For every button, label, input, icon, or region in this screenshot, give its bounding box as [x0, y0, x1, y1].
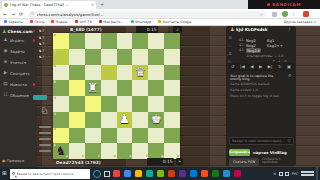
taskbar-app-10[interactable] — [223, 170, 231, 178]
forward-icon[interactable]: → — [11, 12, 15, 17]
move-black[interactable]: Kxg2++ — [267, 43, 288, 48]
record-dot-icon — [267, 3, 270, 6]
square-h4[interactable] — [164, 96, 180, 112]
flip-board-icon[interactable]: ⇵ — [173, 26, 182, 33]
square-h2[interactable] — [164, 128, 180, 144]
bookmark-item[interactable]: Яндекс — [51, 20, 68, 24]
grid-icon[interactable]: ∷ — [229, 44, 231, 48]
smiley-icon[interactable]: ☺ — [287, 139, 291, 143]
browser-menu-icon[interactable]: ⋮ — [291, 11, 296, 16]
list-icon[interactable]: ≣ — [229, 52, 232, 56]
white-rook[interactable]: ♜ — [87, 82, 98, 95]
share-icon[interactable]: ↗ — [272, 59, 275, 63]
settings-gear-icon[interactable]: ⚙ — [288, 74, 292, 78]
red-extension-icon[interactable] — [303, 11, 309, 17]
taskbar-app-9[interactable] — [212, 170, 220, 178]
tab-title: Fog of War Chess - Dead72543 … — [10, 3, 89, 7]
square-a1[interactable]: 1a♞ — [53, 143, 69, 159]
taskbar-app-6[interactable] — [179, 170, 187, 178]
square-d5[interactable] — [101, 80, 117, 96]
reload-icon[interactable]: ⟳ — [19, 12, 23, 17]
rank-coordinate: 1 — [54, 144, 56, 147]
bookmark-favicon — [131, 20, 134, 23]
vs-text: партия VinBlag — [253, 150, 287, 155]
square-b2[interactable] — [69, 128, 85, 144]
rank-coordinate: 8 — [54, 34, 56, 37]
close-tab-icon[interactable]: × — [91, 3, 94, 7]
square-f5[interactable] — [132, 80, 148, 96]
square-f4[interactable] — [132, 96, 148, 112]
file-coordinate: e — [130, 155, 132, 158]
square-f7[interactable] — [132, 49, 148, 65]
top-player-name[interactable]: B_680 (1477) — [70, 27, 102, 32]
square-e3[interactable]: ♟ — [117, 112, 133, 128]
square-g5[interactable] — [148, 80, 164, 96]
square-c4[interactable] — [85, 96, 101, 112]
square-g8[interactable] — [148, 33, 164, 49]
bookmark-favicon — [99, 20, 102, 23]
taskbar-apps — [113, 170, 242, 178]
square-h5[interactable] — [164, 80, 180, 96]
bookmark-favicon — [30, 20, 33, 23]
white-king[interactable]: ♚ — [151, 113, 162, 126]
square-c7[interactable] — [85, 49, 101, 65]
notification-badge — [33, 30, 36, 33]
square-a8[interactable]: 8 — [53, 33, 69, 49]
badge — [33, 83, 36, 86]
other-bookmarks-button[interactable]: Другие закладки» — [284, 20, 316, 24]
square-d3[interactable] — [101, 112, 117, 128]
lessons-icon: ◈ — [3, 60, 8, 65]
system-tray: ∧ РУС — [273, 167, 318, 180]
panel-header: ♟ kjd KLGFsdsk — [230, 27, 268, 32]
taskbar-app-2[interactable] — [135, 170, 143, 178]
bookmark-item[interactable]: Почта — [30, 20, 45, 24]
file-coordinate: a — [66, 155, 68, 158]
windows-taskbar: ⊞ Введите здесь текст для поиска ∧ РУС — [0, 167, 320, 180]
file-coordinate: b — [82, 155, 84, 158]
square-d2[interactable] — [101, 128, 117, 144]
square-e5[interactable] — [117, 80, 133, 96]
info-line-fog-hint: Press Alt-F to toggle fog of war. — [230, 95, 287, 99]
rank-coordinate: 2 — [54, 128, 56, 131]
bookmark-favicon — [158, 20, 161, 23]
square-a3[interactable]: 3 — [53, 112, 69, 128]
bookmark-favicon — [51, 20, 54, 23]
square-a2[interactable]: 2 — [53, 128, 69, 144]
square-h1[interactable]: h — [164, 143, 180, 159]
square-d1[interactable]: d — [101, 143, 117, 159]
rank-coordinate: 4 — [54, 97, 56, 100]
profile-avatar[interactable] — [282, 11, 288, 17]
taskbar-app-1[interactable] — [124, 170, 132, 178]
square-a6[interactable]: 6 — [53, 65, 69, 81]
square-h7[interactable] — [164, 49, 180, 65]
square-g3[interactable]: ♚ — [148, 112, 164, 128]
square-e2[interactable] — [117, 128, 133, 144]
report-problem-link[interactable]: Сообщить о проблеме — [262, 158, 295, 165]
knight-icon: ♘ — [40, 106, 49, 116]
logo-pawn-icon: ♟ — [2, 29, 6, 34]
white-pawn[interactable]: ♟ — [119, 113, 130, 126]
square-d8[interactable] — [101, 33, 117, 49]
rail-text-line — [39, 132, 51, 134]
browser-tab[interactable]: Fog of War Chess - Dead72543 … × — [2, 1, 96, 9]
replay-icon[interactable]: ↻ — [278, 65, 282, 69]
extensions-icon[interactable] — [272, 12, 277, 17]
square-g7[interactable] — [148, 49, 164, 65]
square-f2[interactable] — [132, 128, 148, 144]
square-h8[interactable] — [164, 33, 180, 49]
gold-pawn-icon: ♟ — [230, 27, 234, 32]
taskbar-app-0[interactable] — [113, 170, 121, 178]
sidebar-item-play[interactable]: ♟Играть — [2, 35, 35, 46]
taskbar-app-4[interactable] — [157, 170, 165, 178]
news-icon: ▤ — [3, 82, 8, 87]
bottom-player-name[interactable]: Dead72543 (1793) — [56, 160, 101, 165]
language-indicator[interactable]: РУС — [292, 172, 298, 176]
next-move-icon[interactable]: ▶ — [259, 65, 262, 69]
square-c8[interactable] — [85, 33, 101, 49]
task-view-icon[interactable] — [104, 171, 110, 177]
square-c6[interactable] — [85, 65, 101, 81]
square-f8[interactable] — [132, 33, 148, 49]
sidebar-item-learn[interactable]: ◈Учиться — [2, 57, 35, 68]
address-bar[interactable]: ⓘ chess.com/ru/analysis/game/live/… ☆ — [28, 11, 266, 18]
sidebar-item-social[interactable]: ☷Общение — [2, 90, 35, 101]
site-info-icon[interactable]: ⓘ — [31, 12, 35, 16]
delete-icon[interactable]: ✕ — [284, 59, 287, 63]
pawn-icon: ♟ — [3, 38, 8, 43]
square-d6[interactable] — [101, 65, 117, 81]
game-title: kjd KLGFsdsk — [236, 27, 268, 32]
flag-icon[interactable]: ⚑ — [176, 158, 183, 165]
taskbar-app-8[interactable] — [201, 170, 209, 178]
save-button[interactable]: Сохранить — [229, 149, 250, 157]
square-g4[interactable] — [148, 96, 164, 112]
square-c2[interactable] — [85, 128, 101, 144]
last-move-icon[interactable]: ▶| — [268, 65, 273, 69]
info-line-ended: Game ended: 1-0. — [230, 89, 287, 93]
black-knight[interactable]: ♞ — [55, 145, 66, 158]
info-line-started: Game KONDHUX started. — [230, 83, 287, 87]
url-text: chess.com/ru/analysis/game/live/… — [37, 12, 258, 17]
badge — [33, 39, 36, 42]
white-queen[interactable]: ♛ — [135, 66, 146, 79]
chess-board[interactable]: 876♛5♜43♟♚21a♞bcdefgh — [53, 33, 180, 159]
first-move-icon[interactable]: |◀ — [240, 65, 245, 69]
square-h6[interactable] — [164, 65, 180, 81]
bookmark-item[interactable]: Сервисы — [4, 20, 23, 24]
bookmark-item[interactable]: WhatsApp — [131, 20, 152, 24]
sidebar-item-watch[interactable]: ▶Смотреть — [2, 68, 35, 79]
square-f3[interactable] — [132, 112, 148, 128]
square-h3[interactable] — [164, 112, 180, 128]
chevron-icon: » — [314, 20, 316, 24]
square-e6[interactable] — [117, 65, 133, 81]
teal-window-fragment — [33, 95, 47, 100]
expand-icon[interactable]: ▣ — [287, 65, 291, 69]
info-line-goal: Your goal is to capture the enemy king. — [230, 75, 285, 83]
browser-tabstrip: Fog of War Chess - Dead72543 … × + BANDI… — [0, 0, 320, 9]
square-d4[interactable] — [101, 96, 117, 112]
rank-coordinate: 7 — [54, 50, 56, 53]
taskbar-app-7[interactable] — [190, 170, 198, 178]
rail-text-line — [39, 144, 51, 146]
square-b6[interactable] — [69, 65, 85, 81]
square-c1[interactable]: c — [85, 143, 101, 159]
taskbar-app-3[interactable] — [146, 170, 154, 178]
tray-chevron-icon[interactable]: ∧ — [273, 172, 276, 176]
network-icon[interactable] — [279, 172, 283, 176]
bookmark-favicon — [75, 20, 78, 23]
target-icon: ◉ — [3, 49, 8, 54]
square-b8[interactable] — [69, 33, 85, 49]
prev-move-icon[interactable]: ◀ — [250, 65, 253, 69]
diamond-icon: ◆ — [2, 159, 5, 163]
tab-favicon-icon — [4, 3, 8, 7]
file-coordinate: c — [98, 155, 100, 158]
move-row: 43. Nxg2# — [239, 48, 261, 53]
square-e7[interactable] — [117, 49, 133, 65]
bookmark-item[interactable]: ОНТ ТВ — [75, 20, 92, 24]
screen: Fog of War Chess - Dead72543 … × + BANDI… — [0, 0, 320, 180]
bookmark-star-icon[interactable]: ☆ — [259, 12, 263, 17]
bookmark-favicon — [4, 20, 7, 23]
result-line: Альтернативы — 1-0 — [237, 54, 293, 58]
search-icon — [12, 172, 15, 175]
volume-icon[interactable] — [285, 172, 289, 176]
engine-line-badge: ♞7 — [39, 55, 53, 61]
chesscom-logo[interactable]: ♟ Chess.com — [2, 27, 35, 35]
sidebar-premium-link[interactable]: ◆ Премиум — [2, 156, 35, 166]
square-f6[interactable]: ♛ — [132, 65, 148, 81]
bottom-player-clock: 0:15 — [147, 158, 174, 166]
move-action-icons: ↗ ↓ ✕ — [272, 59, 287, 63]
bookmark-item[interactable]: Мои расск… — [99, 20, 124, 24]
square-a7[interactable]: 7 — [53, 49, 69, 65]
square-b3[interactable] — [69, 112, 85, 128]
download-icon[interactable]: ↓ — [278, 59, 281, 63]
square-c5[interactable]: ♜ — [85, 80, 101, 96]
square-e4[interactable] — [117, 96, 133, 112]
comment-input[interactable]: Введите свой комментарий… ☺ — [229, 137, 294, 145]
square-b7[interactable] — [69, 49, 85, 65]
playback-controls: ↺ |◀ ◀ ▶ ▶| ↻ ▣ — [228, 63, 294, 71]
play-icon: ▶ — [3, 71, 8, 76]
taskbar-app-11[interactable] — [234, 170, 242, 178]
sidebar-item-news[interactable]: ▤Новости — [2, 79, 35, 90]
people-icon: ☷ — [3, 93, 8, 98]
rail-text-line — [39, 138, 51, 140]
square-g1[interactable]: g — [148, 143, 164, 159]
square-g2[interactable] — [148, 128, 164, 144]
square-b1[interactable]: b — [69, 143, 85, 159]
back-icon[interactable]: ← — [3, 12, 7, 17]
bookmark-item[interactable]: Контакты Google — [158, 20, 191, 24]
square-e8[interactable] — [117, 33, 133, 49]
help-icon[interactable]: ? — [288, 28, 290, 33]
new-tab-button[interactable]: + — [100, 2, 104, 7]
taskbar-app-5[interactable] — [168, 170, 176, 178]
taskbar-clock[interactable] — [301, 171, 314, 176]
move-white-selected[interactable]: Nxg2# — [246, 48, 261, 53]
square-a4[interactable]: 4 — [53, 96, 69, 112]
rank-coordinate: 5 — [54, 81, 56, 84]
taskbar-search-input[interactable]: Введите здесь текст для поиска — [10, 169, 90, 179]
bandicam-watermark: BANDICAM — [248, 0, 320, 9]
cortana-icon[interactable] — [93, 170, 101, 178]
show-desktop-button[interactable] — [316, 167, 318, 180]
rail-text-line — [39, 150, 51, 152]
square-d7[interactable] — [101, 49, 117, 65]
reset-icon[interactable]: ↺ — [231, 65, 235, 69]
square-g6[interactable] — [148, 65, 164, 81]
gear-icon[interactable]: ⚙ — [229, 36, 232, 40]
square-c3[interactable] — [85, 112, 101, 128]
file-coordinate: d — [114, 155, 116, 158]
sidebar-item-puzzles[interactable]: ◉Задачи — [2, 46, 35, 57]
square-e1[interactable]: e — [117, 143, 133, 159]
square-a5[interactable]: 5 — [53, 80, 69, 96]
rank-coordinate: 6 — [54, 65, 56, 68]
top-player-clock: 0:15 — [136, 26, 158, 33]
square-b4[interactable] — [69, 96, 85, 112]
start-button-icon[interactable]: ⊞ — [2, 171, 7, 177]
square-f1[interactable]: f — [132, 143, 148, 159]
square-b5[interactable] — [69, 80, 85, 96]
chesscom-sidebar: ♟ Chess.com ♟Играть ◉Задачи ◈Учиться ▶См… — [0, 26, 37, 168]
download-pgn-button[interactable]: Скачать PGN — [229, 158, 259, 166]
rank-coordinate: 3 — [54, 113, 56, 116]
rail-text-line — [39, 126, 51, 128]
